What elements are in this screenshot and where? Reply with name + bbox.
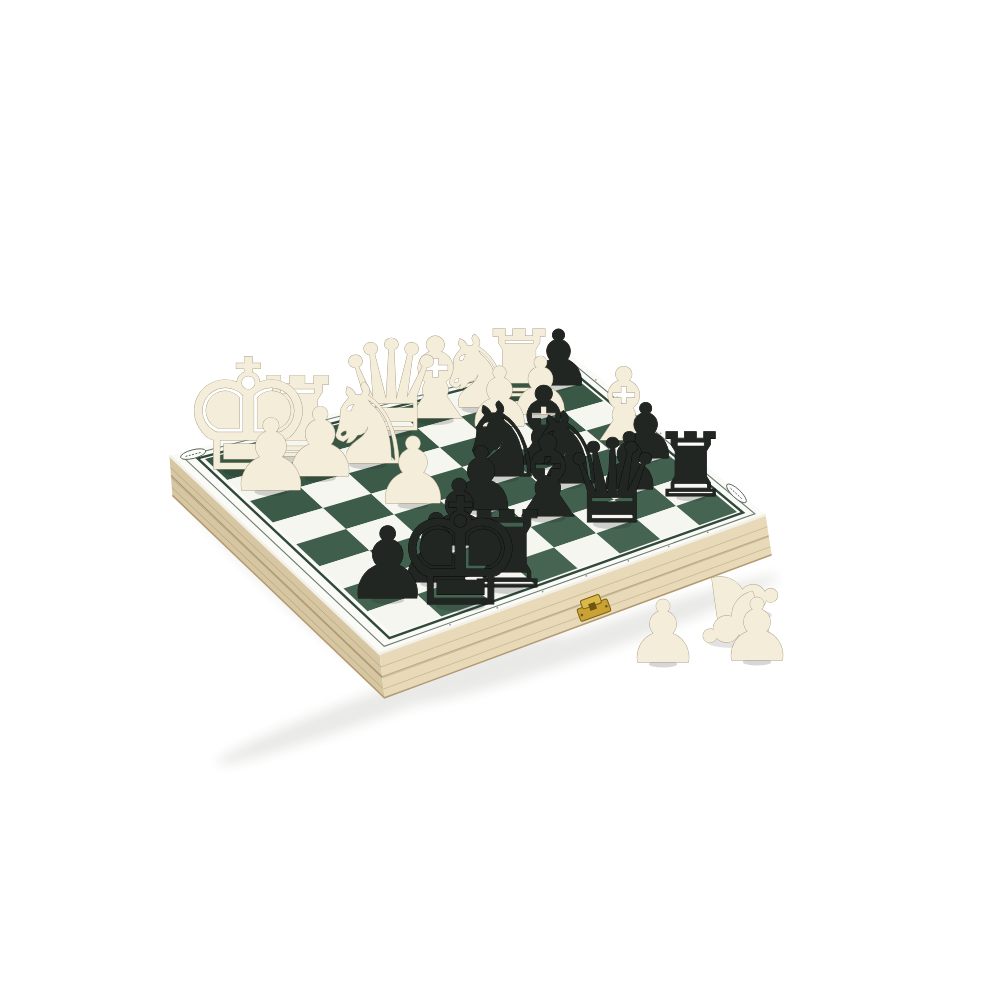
pieces: ♟♜♞♟♝♟♛♝♜♟♞♝♚♟♞♞♟♟♜♟♟♝♛♟♟♜♟♟♚♟♟♟ — [179, 311, 800, 682]
photo-stage: Open folding wooden chess box with a gre… — [0, 0, 1000, 1000]
piece-white-pawn-h7: ♟ — [226, 398, 315, 513]
piece-black-king-g1: ♚ — [394, 467, 527, 639]
off-board-white-pawn-2: ♟ — [718, 580, 795, 680]
chess-set-scene: Open folding wooden chess box with a gre… — [0, 0, 1000, 1000]
off-board-white-pawn-1: ♟ — [624, 582, 701, 682]
chess-set-photo: Open folding wooden chess box with a gre… — [0, 0, 1000, 1000]
piece-black-queen-c2: ♛ — [560, 414, 664, 549]
